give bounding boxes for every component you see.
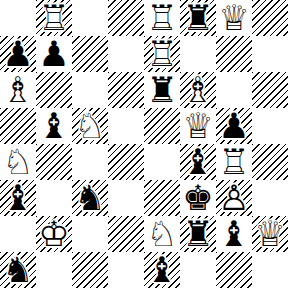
white-bishop-icon: ♗ <box>0 72 36 108</box>
square-g4[interactable]: ♜♖ <box>216 144 252 180</box>
square-b5[interactable]: ♝♝ <box>36 108 72 144</box>
square-c6[interactable] <box>72 72 108 108</box>
square-c8[interactable] <box>72 0 108 36</box>
white-pawn-icon: ♙ <box>216 180 252 216</box>
white-rook-icon: ♖ <box>216 144 252 180</box>
square-c1[interactable] <box>72 252 108 288</box>
piece-halo: ♝ <box>36 108 72 144</box>
black-bishop-icon: ♝ <box>36 108 72 144</box>
black-pawn-icon: ♟ <box>216 108 252 144</box>
square-b7[interactable]: ♟♟ <box>36 36 72 72</box>
piece-halo: ♞ <box>0 252 36 288</box>
square-a7[interactable]: ♟♟ <box>0 36 36 72</box>
square-d5[interactable] <box>108 108 144 144</box>
square-g1[interactable] <box>216 252 252 288</box>
square-d4[interactable] <box>108 144 144 180</box>
square-e4[interactable] <box>144 144 180 180</box>
piece-halo: ♝ <box>180 144 216 180</box>
white-queen-icon: ♕ <box>180 108 216 144</box>
square-g5[interactable]: ♟♟ <box>216 108 252 144</box>
square-f6[interactable]: ♝♗ <box>180 72 216 108</box>
piece-halo: ♜ <box>180 0 216 36</box>
square-h1[interactable] <box>252 252 288 288</box>
square-d3[interactable] <box>108 180 144 216</box>
piece-halo: ♟ <box>216 108 252 144</box>
piece-halo: ♛ <box>252 216 288 252</box>
square-g3[interactable]: ♟♙ <box>216 180 252 216</box>
piece-halo: ♟ <box>216 180 252 216</box>
piece-halo: ♟ <box>0 36 36 72</box>
piece-halo: ♝ <box>0 72 36 108</box>
black-rook-icon: ♜ <box>144 72 180 108</box>
white-rook-icon: ♖ <box>144 36 180 72</box>
square-e5[interactable] <box>144 108 180 144</box>
square-f3[interactable]: ♚♚ <box>180 180 216 216</box>
square-a8[interactable] <box>0 0 36 36</box>
square-a3[interactable]: ♝♝ <box>0 180 36 216</box>
piece-halo: ♞ <box>72 108 108 144</box>
white-knight-icon: ♘ <box>0 144 36 180</box>
black-knight-icon: ♞ <box>0 252 36 288</box>
white-queen-icon: ♕ <box>252 216 288 252</box>
square-h2[interactable]: ♛♕ <box>252 216 288 252</box>
square-g2[interactable]: ♝♝ <box>216 216 252 252</box>
black-bishop-icon: ♝ <box>0 180 36 216</box>
square-c4[interactable] <box>72 144 108 180</box>
piece-halo: ♚ <box>36 216 72 252</box>
piece-halo: ♝ <box>144 252 180 288</box>
square-f7[interactable] <box>180 36 216 72</box>
piece-halo: ♛ <box>180 108 216 144</box>
piece-halo: ♞ <box>144 216 180 252</box>
black-pawn-icon: ♟ <box>0 36 36 72</box>
square-e8[interactable]: ♜♖ <box>144 0 180 36</box>
piece-halo: ♟ <box>36 36 72 72</box>
black-bishop-icon: ♝ <box>144 252 180 288</box>
piece-halo: ♞ <box>72 180 108 216</box>
square-g7[interactable] <box>216 36 252 72</box>
square-d7[interactable] <box>108 36 144 72</box>
white-rook-icon: ♖ <box>36 0 72 36</box>
white-rook-icon: ♖ <box>144 0 180 36</box>
black-bishop-icon: ♝ <box>180 144 216 180</box>
square-e1[interactable]: ♝♝ <box>144 252 180 288</box>
square-f4[interactable]: ♝♝ <box>180 144 216 180</box>
square-f1[interactable] <box>180 252 216 288</box>
piece-halo: ♝ <box>0 180 36 216</box>
square-b3[interactable] <box>36 180 72 216</box>
piece-halo: ♜ <box>36 0 72 36</box>
square-h3[interactable] <box>252 180 288 216</box>
square-b8[interactable]: ♜♖ <box>36 0 72 36</box>
piece-halo: ♝ <box>180 72 216 108</box>
piece-halo: ♚ <box>180 180 216 216</box>
square-f5[interactable]: ♛♕ <box>180 108 216 144</box>
piece-halo: ♛ <box>216 0 252 36</box>
square-h6[interactable] <box>252 72 288 108</box>
square-b1[interactable] <box>36 252 72 288</box>
square-b6[interactable] <box>36 72 72 108</box>
black-rook-icon: ♜ <box>180 0 216 36</box>
square-d1[interactable] <box>108 252 144 288</box>
square-h4[interactable] <box>252 144 288 180</box>
square-e7[interactable]: ♜♖ <box>144 36 180 72</box>
white-knight-icon: ♘ <box>144 216 180 252</box>
black-bishop-icon: ♝ <box>216 216 252 252</box>
square-g8[interactable]: ♛♕ <box>216 0 252 36</box>
square-c3[interactable]: ♞♞ <box>72 180 108 216</box>
white-knight-icon: ♘ <box>72 108 108 144</box>
black-rook-icon: ♜ <box>180 216 216 252</box>
square-f2[interactable]: ♜♜ <box>180 216 216 252</box>
square-b2[interactable]: ♚♔ <box>36 216 72 252</box>
square-g6[interactable] <box>216 72 252 108</box>
piece-halo: ♞ <box>0 144 36 180</box>
square-a6[interactable]: ♝♗ <box>0 72 36 108</box>
square-d2[interactable] <box>108 216 144 252</box>
piece-halo: ♜ <box>216 144 252 180</box>
white-bishop-icon: ♗ <box>180 72 216 108</box>
black-king-icon: ♚ <box>180 180 216 216</box>
square-c5[interactable]: ♞♘ <box>72 108 108 144</box>
square-e2[interactable]: ♞♘ <box>144 216 180 252</box>
square-e3[interactable] <box>144 180 180 216</box>
square-e6[interactable]: ♜♜ <box>144 72 180 108</box>
square-a5[interactable] <box>0 108 36 144</box>
square-h5[interactable] <box>252 108 288 144</box>
white-queen-icon: ♕ <box>216 0 252 36</box>
piece-halo: ♜ <box>144 0 180 36</box>
square-f8[interactable]: ♜♜ <box>180 0 216 36</box>
piece-halo: ♜ <box>144 72 180 108</box>
piece-halo: ♜ <box>180 216 216 252</box>
piece-halo: ♝ <box>216 216 252 252</box>
square-a4[interactable]: ♞♘ <box>0 144 36 180</box>
piece-halo: ♜ <box>144 36 180 72</box>
square-c7[interactable] <box>72 36 108 72</box>
square-b4[interactable] <box>36 144 72 180</box>
square-d8[interactable] <box>108 0 144 36</box>
white-king-icon: ♔ <box>36 216 72 252</box>
square-c2[interactable] <box>72 216 108 252</box>
square-a1[interactable]: ♞♞ <box>0 252 36 288</box>
black-knight-icon: ♞ <box>72 180 108 216</box>
square-d6[interactable] <box>108 72 144 108</box>
square-a2[interactable] <box>0 216 36 252</box>
square-h7[interactable] <box>252 36 288 72</box>
chess-board: ♜♖♜♖♜♜♛♕♟♟♟♟♜♖♝♗♜♜♝♗♝♝♞♘♛♕♟♟♞♘♝♝♜♖♝♝♞♞♚♚… <box>0 0 288 288</box>
black-pawn-icon: ♟ <box>36 36 72 72</box>
square-h8[interactable] <box>252 0 288 36</box>
